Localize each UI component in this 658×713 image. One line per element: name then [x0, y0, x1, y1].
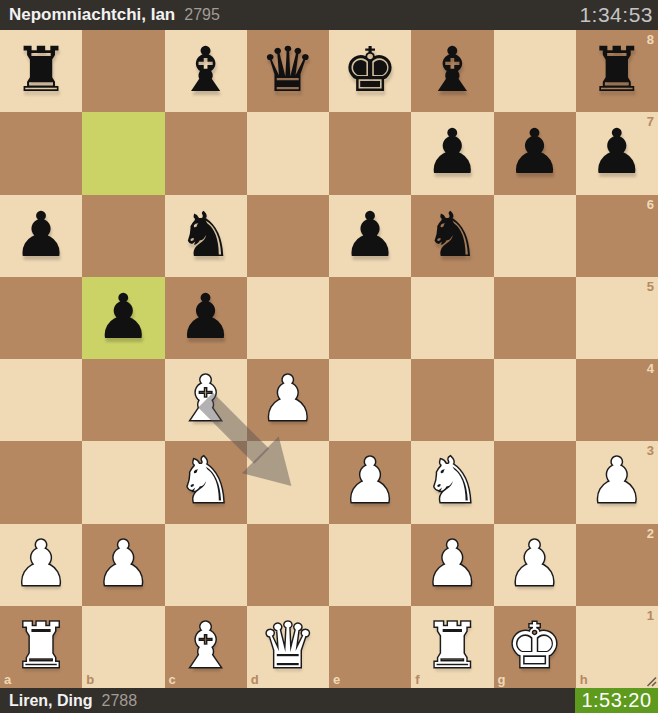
square-f3[interactable]: ♞ [411, 441, 493, 523]
square-c6[interactable]: ♞ [165, 195, 247, 277]
square-g6[interactable] [494, 195, 576, 277]
square-e4[interactable] [329, 359, 411, 441]
black-pawn-g7[interactable]: ♟ [507, 121, 563, 183]
black-knight-f6[interactable]: ♞ [425, 204, 481, 266]
rank-label-6: 6 [647, 198, 654, 211]
white-king-g1[interactable]: ♚ [507, 615, 563, 677]
rank-label-3: 3 [647, 444, 654, 457]
square-e1[interactable]: e [329, 606, 411, 688]
square-c4[interactable]: ♝ [165, 359, 247, 441]
square-b4[interactable] [82, 359, 164, 441]
square-e5[interactable] [329, 277, 411, 359]
file-label-c: c [169, 673, 176, 686]
square-a5[interactable] [0, 277, 82, 359]
black-rook-a8[interactable]: ♜ [13, 39, 69, 101]
square-b7[interactable] [82, 112, 164, 194]
white-pawn-h3[interactable]: ♟ [589, 450, 645, 512]
file-label-f: f [415, 673, 419, 686]
square-h8[interactable]: ♜8 [576, 30, 658, 112]
rank-label-7: 7 [647, 115, 654, 128]
file-label-a: a [4, 673, 11, 686]
bottom-player-name: Liren, Ding [9, 692, 93, 710]
square-a1[interactable]: ♜a [0, 606, 82, 688]
square-d6[interactable] [247, 195, 329, 277]
bottom-player-rating: 2788 [102, 692, 138, 710]
square-h4[interactable]: 4 [576, 359, 658, 441]
black-bishop-c8[interactable]: ♝ [178, 39, 234, 101]
square-c7[interactable] [165, 112, 247, 194]
square-a2[interactable]: ♟ [0, 524, 82, 606]
rank-label-8: 8 [647, 33, 654, 46]
square-h2[interactable]: 2 [576, 524, 658, 606]
square-d2[interactable] [247, 524, 329, 606]
square-d3[interactable] [247, 441, 329, 523]
rank-label-4: 4 [647, 362, 654, 375]
square-a4[interactable] [0, 359, 82, 441]
square-c5[interactable]: ♟ [165, 277, 247, 359]
white-pawn-a2[interactable]: ♟ [13, 533, 69, 595]
resize-handle-icon[interactable] [644, 674, 657, 687]
square-b2[interactable]: ♟ [82, 524, 164, 606]
rank-label-1: 1 [647, 609, 654, 622]
square-f8[interactable]: ♝ [411, 30, 493, 112]
file-label-b: b [86, 673, 94, 686]
square-d8[interactable]: ♛ [247, 30, 329, 112]
black-pawn-e6[interactable]: ♟ [342, 204, 398, 266]
square-f1[interactable]: ♜f [411, 606, 493, 688]
black-pawn-f7[interactable]: ♟ [425, 121, 481, 183]
square-e7[interactable] [329, 112, 411, 194]
black-bishop-f8[interactable]: ♝ [425, 39, 481, 101]
square-g8[interactable] [494, 30, 576, 112]
square-a6[interactable]: ♟ [0, 195, 82, 277]
rank-label-5: 5 [647, 280, 654, 293]
chess-board[interactable]: ♜♝♛♚♝♜8♟♟♟7♟♞♟♞6♟♟5♝♟4♞♟♞♟3♟♟♟♟2♜ab♝c♛de… [0, 30, 658, 688]
square-a7[interactable] [0, 112, 82, 194]
rank-label-2: 2 [647, 527, 654, 540]
white-knight-c3[interactable]: ♞ [178, 450, 234, 512]
file-label-h: h [580, 673, 588, 686]
square-f6[interactable]: ♞ [411, 195, 493, 277]
square-g4[interactable] [494, 359, 576, 441]
black-queen-d8[interactable]: ♛ [260, 39, 316, 101]
top-player-rating: 2795 [184, 6, 220, 24]
black-pawn-c5[interactable]: ♟ [178, 286, 234, 348]
square-d4[interactable]: ♟ [247, 359, 329, 441]
file-label-e: e [333, 673, 340, 686]
square-b6[interactable] [82, 195, 164, 277]
square-f7[interactable]: ♟ [411, 112, 493, 194]
white-bishop-c1[interactable]: ♝ [178, 615, 234, 677]
square-g3[interactable] [494, 441, 576, 523]
square-d1[interactable]: ♛d [247, 606, 329, 688]
black-pawn-h7[interactable]: ♟ [589, 121, 645, 183]
white-pawn-d4[interactable]: ♟ [260, 368, 316, 430]
black-rook-h8[interactable]: ♜ [589, 39, 645, 101]
black-pawn-b5[interactable]: ♟ [96, 286, 152, 348]
square-g7[interactable]: ♟ [494, 112, 576, 194]
square-g1[interactable]: ♚g [494, 606, 576, 688]
black-king-e8[interactable]: ♚ [342, 39, 398, 101]
square-c2[interactable] [165, 524, 247, 606]
file-label-g: g [498, 673, 506, 686]
white-knight-f3[interactable]: ♞ [425, 450, 481, 512]
square-b3[interactable] [82, 441, 164, 523]
top-player-name: Nepomniachtchi, Ian [9, 5, 175, 25]
top-player-clock: 1:34:53 [579, 3, 653, 27]
square-h7[interactable]: ♟7 [576, 112, 658, 194]
square-b5[interactable]: ♟ [82, 277, 164, 359]
white-rook-a1[interactable]: ♜ [13, 615, 69, 677]
square-c3[interactable]: ♞ [165, 441, 247, 523]
bottom-player-clock: 1:53:20 [575, 688, 658, 713]
square-c1[interactable]: ♝c [165, 606, 247, 688]
square-h3[interactable]: ♟3 [576, 441, 658, 523]
white-pawn-g2[interactable]: ♟ [507, 533, 563, 595]
square-g5[interactable] [494, 277, 576, 359]
square-f2[interactable]: ♟ [411, 524, 493, 606]
square-e3[interactable]: ♟ [329, 441, 411, 523]
square-a3[interactable] [0, 441, 82, 523]
square-b8[interactable] [82, 30, 164, 112]
white-bishop-c4[interactable]: ♝ [178, 368, 234, 430]
bottom-player-bar: Liren, Ding 2788 1:53:20 [0, 688, 658, 713]
square-f5[interactable] [411, 277, 493, 359]
square-e6[interactable]: ♟ [329, 195, 411, 277]
square-e2[interactable] [329, 524, 411, 606]
square-e8[interactable]: ♚ [329, 30, 411, 112]
white-rook-f1[interactable]: ♜ [425, 615, 481, 677]
square-b1[interactable]: b [82, 606, 164, 688]
square-h5[interactable]: 5 [576, 277, 658, 359]
white-pawn-e3[interactable]: ♟ [342, 450, 398, 512]
black-pawn-a6[interactable]: ♟ [13, 204, 69, 266]
square-d7[interactable] [247, 112, 329, 194]
square-d5[interactable] [247, 277, 329, 359]
top-player-bar: Nepomniachtchi, Ian 2795 1:34:53 [0, 0, 658, 30]
black-knight-c6[interactable]: ♞ [178, 204, 234, 266]
white-pawn-b2[interactable]: ♟ [96, 533, 152, 595]
square-g2[interactable]: ♟ [494, 524, 576, 606]
square-h6[interactable]: 6 [576, 195, 658, 277]
white-queen-d1[interactable]: ♛ [260, 615, 316, 677]
square-a8[interactable]: ♜ [0, 30, 82, 112]
white-pawn-f2[interactable]: ♟ [425, 533, 481, 595]
square-c8[interactable]: ♝ [165, 30, 247, 112]
file-label-d: d [251, 673, 259, 686]
square-f4[interactable] [411, 359, 493, 441]
